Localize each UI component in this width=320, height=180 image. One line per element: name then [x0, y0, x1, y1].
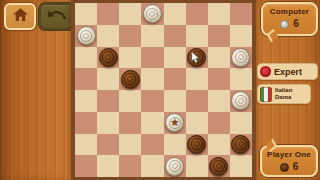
board-square[interactable] [75, 25, 97, 47]
board-square[interactable] [75, 3, 97, 25]
board-square[interactable] [208, 112, 230, 134]
board-square[interactable] [75, 47, 97, 69]
board-square[interactable] [164, 47, 186, 69]
board-square[interactable] [97, 112, 119, 134]
board-square[interactable] [97, 90, 119, 112]
board-square[interactable] [164, 155, 186, 177]
board-square[interactable] [230, 47, 252, 69]
mouse-cursor [191, 51, 200, 69]
board-square[interactable] [119, 68, 141, 90]
board-square[interactable] [119, 134, 141, 156]
board-square[interactable] [97, 134, 119, 156]
board-square[interactable] [186, 112, 208, 134]
board-square[interactable] [119, 112, 141, 134]
red-difficulty-chip-icon [260, 66, 271, 77]
board-square[interactable] [164, 25, 186, 47]
board-square[interactable] [186, 155, 208, 177]
variant-badge: Italian Dama [257, 84, 311, 104]
board-square[interactable] [119, 90, 141, 112]
dark-piece[interactable] [231, 135, 250, 154]
board-square[interactable] [141, 90, 163, 112]
board-square[interactable] [230, 90, 252, 112]
board-square[interactable] [208, 155, 230, 177]
variant-line2: Dama [275, 94, 292, 101]
board-square[interactable] [186, 90, 208, 112]
player-score-panel: Player One 6 [260, 145, 318, 177]
board-square[interactable] [208, 47, 230, 69]
dark-piece[interactable] [209, 157, 228, 176]
board-square[interactable] [97, 68, 119, 90]
dark-piece-icon [280, 163, 289, 172]
dark-piece[interactable] [121, 70, 140, 89]
board-square[interactable] [230, 134, 252, 156]
home-button[interactable] [4, 3, 36, 30]
board-square[interactable] [75, 112, 97, 134]
board-square[interactable] [230, 112, 252, 134]
board-square[interactable] [186, 25, 208, 47]
board-square[interactable] [97, 155, 119, 177]
board-square[interactable] [164, 3, 186, 25]
board-square[interactable] [75, 134, 97, 156]
white-piece[interactable] [143, 4, 162, 23]
board-square[interactable] [119, 155, 141, 177]
board-square[interactable] [141, 68, 163, 90]
board-square[interactable] [230, 25, 252, 47]
board-frame: ★ [71, 0, 256, 180]
white-king-piece[interactable]: ★ [165, 113, 184, 132]
board-square[interactable] [119, 3, 141, 25]
board-square[interactable] [97, 47, 119, 69]
board-square[interactable] [230, 68, 252, 90]
board-square[interactable] [186, 68, 208, 90]
board-square[interactable] [208, 3, 230, 25]
board-square[interactable] [208, 134, 230, 156]
board-square[interactable] [208, 68, 230, 90]
difficulty-label: Expert [274, 67, 302, 77]
home-icon [12, 7, 29, 26]
board-square[interactable] [230, 155, 252, 177]
variant-line1: Italian [275, 87, 292, 94]
dark-piece[interactable] [187, 135, 206, 154]
board-square[interactable] [141, 155, 163, 177]
board-square[interactable] [75, 68, 97, 90]
bubble-tail [267, 29, 279, 43]
game-screen: ★ Computer 6 Expert Italian Dama Player … [0, 0, 320, 180]
board-square[interactable] [141, 112, 163, 134]
italy-flag-icon [260, 87, 272, 102]
board-square[interactable] [141, 25, 163, 47]
white-piece[interactable] [77, 26, 96, 45]
board-square[interactable] [164, 90, 186, 112]
player-count: 6 [293, 162, 299, 172]
undo-arrow-icon [46, 7, 68, 26]
board-square[interactable] [97, 25, 119, 47]
board-square[interactable] [208, 25, 230, 47]
board-square[interactable] [230, 3, 252, 25]
computer-count: 6 [293, 19, 299, 29]
difficulty-badge: Expert [257, 63, 318, 80]
board-square[interactable] [75, 90, 97, 112]
board-square[interactable] [141, 134, 163, 156]
board-square[interactable] [164, 68, 186, 90]
board-square[interactable] [186, 134, 208, 156]
board-square[interactable] [164, 134, 186, 156]
board-square[interactable] [208, 90, 230, 112]
board-square[interactable] [186, 3, 208, 25]
king-star-icon: ★ [166, 114, 183, 131]
board: ★ [75, 3, 252, 177]
white-piece[interactable] [231, 91, 250, 110]
board-square[interactable] [119, 47, 141, 69]
dark-piece[interactable] [99, 48, 118, 67]
computer-label: Computer [263, 4, 316, 17]
board-square[interactable] [97, 3, 119, 25]
board-square[interactable]: ★ [164, 112, 186, 134]
undo-button[interactable] [39, 3, 74, 30]
white-piece-icon [280, 20, 289, 29]
computer-score-panel: Computer 6 [261, 2, 318, 36]
white-piece[interactable] [165, 157, 184, 176]
board-square[interactable] [141, 47, 163, 69]
board-square[interactable] [141, 3, 163, 25]
board-square[interactable] [119, 25, 141, 47]
white-piece[interactable] [231, 48, 250, 67]
board-square[interactable] [75, 155, 97, 177]
